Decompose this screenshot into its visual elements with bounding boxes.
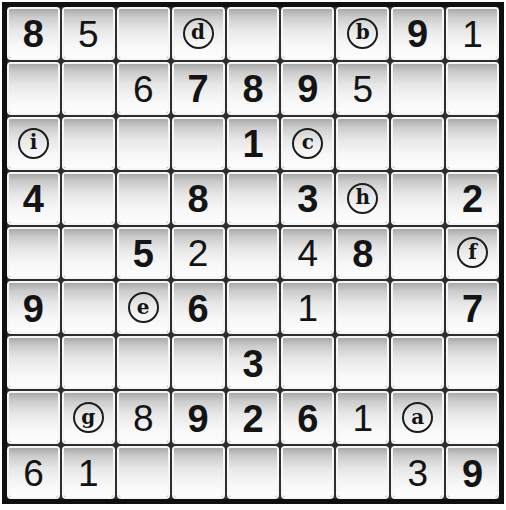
given-digit: 8: [242, 70, 263, 108]
given-digit: 8: [352, 235, 373, 273]
cell-r4c2: [62, 172, 115, 225]
cell-r6c4: 6: [172, 281, 225, 334]
cell-r5c4: 2: [172, 227, 225, 280]
cell-r7c7: [336, 336, 389, 389]
cell-r4c6: 3: [281, 172, 334, 225]
cell-r3c5: 1: [227, 117, 280, 170]
cell-r8c7: 1: [336, 391, 389, 444]
cell-r8c2: g: [62, 391, 115, 444]
cell-r5c1: [7, 227, 60, 280]
given-digit: 8: [133, 400, 154, 437]
cell-r9c8: 3: [391, 446, 444, 499]
cell-r4c1: 4: [7, 172, 60, 225]
cell-r7c2: [62, 336, 115, 389]
cell-r3c7: [336, 117, 389, 170]
cell-r1c8: 9: [391, 7, 444, 60]
cell-r6c8: [391, 281, 444, 334]
given-digit: 6: [188, 290, 209, 328]
cell-r6c2: [62, 281, 115, 334]
cell-r9c7: [336, 446, 389, 499]
cell-r5c7: 8: [336, 227, 389, 280]
given-digit: 7: [188, 70, 209, 108]
given-digit: 4: [23, 180, 44, 218]
cell-r7c3: [117, 336, 170, 389]
given-digit: 6: [23, 455, 44, 492]
cell-r1c7: b: [336, 7, 389, 60]
given-digit: 9: [23, 290, 44, 328]
cell-r5c5: [227, 227, 280, 280]
circle-letter-text: d: [191, 22, 205, 42]
cell-r2c1: [7, 62, 60, 115]
cell-r9c9: 9: [446, 446, 499, 499]
cell-r6c3: e: [117, 281, 170, 334]
sudoku-board: 85db9167895i1c483h25248f9e6173g89261a613…: [2, 2, 504, 504]
circled-letter-b: b: [347, 18, 378, 49]
cell-r2c6: 9: [281, 62, 334, 115]
cell-r1c5: [227, 7, 280, 60]
cell-r4c3: [117, 172, 170, 225]
given-digit: 9: [188, 400, 209, 438]
circle-letter-text: g: [81, 407, 95, 427]
cell-r6c6: 1: [281, 281, 334, 334]
given-digit: 9: [407, 15, 428, 53]
cell-r3c6: c: [281, 117, 334, 170]
cell-r8c6: 6: [281, 391, 334, 444]
circled-letter-c: c: [292, 128, 323, 159]
cell-r3c1: i: [7, 117, 60, 170]
cell-r9c3: [117, 446, 170, 499]
cell-r6c9: 7: [446, 281, 499, 334]
given-digit: 2: [462, 180, 483, 218]
cell-r5c6: 4: [281, 227, 334, 280]
given-digit: 1: [298, 290, 319, 327]
given-digit: 3: [407, 455, 428, 492]
cell-r2c4: 7: [172, 62, 225, 115]
cell-r1c6: [281, 7, 334, 60]
given-digit: 9: [462, 455, 483, 493]
cell-r8c3: 8: [117, 391, 170, 444]
cell-r3c2: [62, 117, 115, 170]
circled-letter-i: i: [18, 128, 49, 159]
cell-r7c5: 3: [227, 336, 280, 389]
cell-r7c4: [172, 336, 225, 389]
cell-r2c8: [391, 62, 444, 115]
cell-r7c8: [391, 336, 444, 389]
puzzle-page: 85db9167895i1c483h25248f9e6173g89261a613…: [0, 0, 506, 510]
cell-r8c9: [446, 391, 499, 444]
cell-r3c3: [117, 117, 170, 170]
given-digit: 1: [242, 125, 263, 163]
circled-letter-e: e: [128, 292, 159, 323]
cell-r4c9: 2: [446, 172, 499, 225]
circle-letter-text: i: [30, 132, 38, 152]
circle-letter-text: c: [302, 132, 314, 152]
given-digit: 8: [23, 15, 44, 53]
cell-r2c9: [446, 62, 499, 115]
cell-r4c5: [227, 172, 280, 225]
cell-r2c2: [62, 62, 115, 115]
given-digit: 5: [352, 71, 373, 108]
cell-r5c3: 5: [117, 227, 170, 280]
cell-r5c2: [62, 227, 115, 280]
given-digit: 1: [352, 400, 373, 437]
given-digit: 3: [242, 345, 263, 383]
cell-r9c2: 1: [62, 446, 115, 499]
circle-letter-text: b: [356, 22, 370, 42]
given-digit: 7: [462, 290, 483, 328]
cell-r3c9: [446, 117, 499, 170]
cell-r6c1: 9: [7, 281, 60, 334]
given-digit: 5: [78, 16, 99, 53]
circle-letter-text: e: [137, 297, 150, 317]
cell-r1c2: 5: [62, 7, 115, 60]
cell-r7c1: [7, 336, 60, 389]
given-digit: 1: [462, 16, 483, 53]
cell-r1c9: 1: [446, 7, 499, 60]
circle-letter-text: a: [411, 407, 424, 427]
given-digit: 4: [298, 235, 319, 272]
cell-r4c4: 8: [172, 172, 225, 225]
cell-r9c4: [172, 446, 225, 499]
circled-letter-h: h: [347, 183, 378, 214]
cell-r3c8: [391, 117, 444, 170]
given-digit: 2: [242, 400, 263, 438]
given-digit: 6: [297, 400, 318, 438]
cell-r1c3: [117, 7, 170, 60]
given-digit: 6: [133, 71, 154, 108]
cell-r8c1: [7, 391, 60, 444]
cell-r5c8: [391, 227, 444, 280]
cell-r9c1: 6: [7, 446, 60, 499]
circled-letter-d: d: [183, 18, 214, 49]
given-digit: 3: [297, 180, 318, 218]
cell-r4c7: h: [336, 172, 389, 225]
cell-r8c4: 9: [172, 391, 225, 444]
given-digit: 1: [78, 455, 99, 492]
cell-r7c6: [281, 336, 334, 389]
circle-letter-text: h: [355, 187, 370, 207]
cell-r9c6: [281, 446, 334, 499]
circled-letter-f: f: [457, 237, 488, 268]
cell-r9c5: [227, 446, 280, 499]
cell-r1c1: 8: [7, 7, 60, 60]
cell-r2c5: 8: [227, 62, 280, 115]
cell-r6c5: [227, 281, 280, 334]
cell-r2c3: 6: [117, 62, 170, 115]
cell-r4c8: [391, 172, 444, 225]
cell-r8c5: 2: [227, 391, 280, 444]
cell-r7c9: [446, 336, 499, 389]
circle-letter-text: f: [468, 242, 477, 262]
circled-letter-g: g: [73, 402, 104, 433]
given-digit: 5: [133, 235, 154, 273]
given-digit: 9: [297, 70, 318, 108]
cell-r6c7: [336, 281, 389, 334]
given-digit: 8: [188, 180, 209, 218]
cell-r3c4: [172, 117, 225, 170]
cell-r8c8: a: [391, 391, 444, 444]
circled-letter-a: a: [402, 402, 433, 433]
cell-r5c9: f: [446, 227, 499, 280]
cell-r2c7: 5: [336, 62, 389, 115]
cell-r1c4: d: [172, 7, 225, 60]
given-digit: 2: [188, 235, 209, 272]
